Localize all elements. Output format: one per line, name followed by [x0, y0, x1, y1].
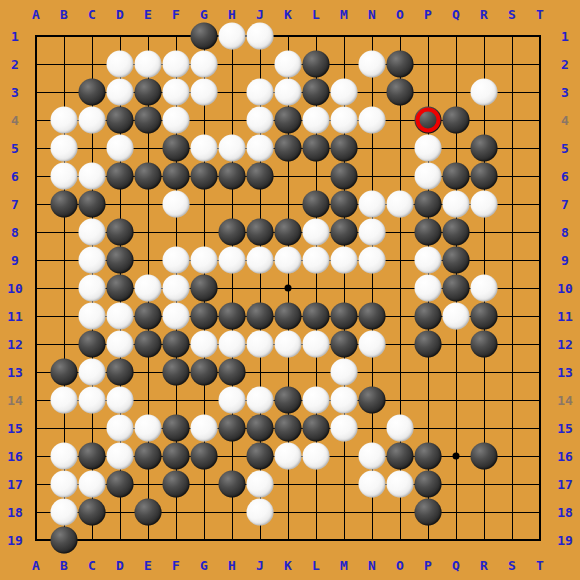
stone-J3 [247, 79, 274, 106]
stone-J6 [247, 163, 274, 190]
stone-J18 [247, 499, 274, 526]
stone-D17 [107, 471, 134, 498]
stone-E12 [135, 331, 162, 358]
coord-label-top-C: C [88, 8, 96, 21]
coord-label-bottom-G: G [200, 559, 208, 572]
stone-L7 [303, 191, 330, 218]
stone-J12 [247, 331, 274, 358]
stone-K14 [275, 387, 302, 414]
coord-label-top-M: M [340, 8, 348, 21]
stone-O17 [387, 471, 414, 498]
stone-P5 [415, 135, 442, 162]
coord-label-left-3: 3 [11, 86, 19, 99]
stone-D5 [107, 135, 134, 162]
stone-K15 [275, 415, 302, 442]
coord-label-right-2: 2 [561, 58, 569, 71]
stone-R16 [471, 443, 498, 470]
stone-C8 [79, 219, 106, 246]
coord-label-top-R: R [480, 8, 488, 21]
stone-P8 [415, 219, 442, 246]
stone-N16 [359, 443, 386, 470]
stone-G16 [191, 443, 218, 470]
coord-label-left-18: 18 [7, 506, 23, 519]
coord-label-bottom-T: T [536, 559, 544, 572]
stone-D4 [107, 107, 134, 134]
stone-G15 [191, 415, 218, 442]
stone-K4 [275, 107, 302, 134]
stone-B5 [51, 135, 78, 162]
stone-E10 [135, 275, 162, 302]
stone-N7 [359, 191, 386, 218]
stone-L12 [303, 331, 330, 358]
stone-H5 [219, 135, 246, 162]
coord-label-right-4: 4 [561, 114, 569, 127]
coord-label-bottom-B: B [60, 559, 68, 572]
stone-P9 [415, 247, 442, 274]
stone-B4 [51, 107, 78, 134]
coord-label-left-16: 16 [7, 450, 23, 463]
stone-N4 [359, 107, 386, 134]
coord-label-top-P: P [424, 8, 432, 21]
coord-label-bottom-L: L [312, 559, 320, 572]
stone-B7 [51, 191, 78, 218]
stone-C11 [79, 303, 106, 330]
stone-K2 [275, 51, 302, 78]
stone-H14 [219, 387, 246, 414]
coord-label-left-14: 14 [7, 394, 23, 407]
coord-label-top-E: E [144, 8, 152, 21]
coord-label-bottom-P: P [424, 559, 432, 572]
stone-D14 [107, 387, 134, 414]
stone-H6 [219, 163, 246, 190]
stone-L4 [303, 107, 330, 134]
stone-C10 [79, 275, 106, 302]
stone-D13 [107, 359, 134, 386]
coord-label-right-10: 10 [557, 282, 573, 295]
coord-label-bottom-F: F [172, 559, 180, 572]
stone-O3 [387, 79, 414, 106]
stone-M9 [331, 247, 358, 274]
stone-D15 [107, 415, 134, 442]
stone-H15 [219, 415, 246, 442]
stone-B6 [51, 163, 78, 190]
go-board[interactable]: AABBCCDDEEFFGGHHJJKKLLMMNNOOPPQQRRSSTT11… [0, 0, 580, 580]
stone-K12 [275, 331, 302, 358]
stone-L16 [303, 443, 330, 470]
coord-label-left-6: 6 [11, 170, 19, 183]
stone-F10 [163, 275, 190, 302]
coord-label-right-16: 16 [557, 450, 573, 463]
stone-G9 [191, 247, 218, 274]
coord-label-bottom-S: S [508, 559, 516, 572]
coord-label-left-5: 5 [11, 142, 19, 155]
stone-B19 [51, 527, 78, 554]
stone-C12 [79, 331, 106, 358]
stone-K11 [275, 303, 302, 330]
coord-label-right-6: 6 [561, 170, 569, 183]
coord-label-right-19: 19 [557, 534, 573, 547]
stone-M11 [331, 303, 358, 330]
stone-O2 [387, 51, 414, 78]
stone-C18 [79, 499, 106, 526]
stone-H9 [219, 247, 246, 274]
stone-J17 [247, 471, 274, 498]
stone-D6 [107, 163, 134, 190]
stone-J14 [247, 387, 274, 414]
stone-M14 [331, 387, 358, 414]
stone-F6 [163, 163, 190, 190]
last-move-marker [416, 108, 441, 133]
stone-C7 [79, 191, 106, 218]
coord-label-top-G: G [200, 8, 208, 21]
coord-label-top-A: A [32, 8, 40, 21]
stone-O16 [387, 443, 414, 470]
stone-O15 [387, 415, 414, 442]
grid-horizontal-line [35, 512, 541, 513]
stone-G6 [191, 163, 218, 190]
stone-F5 [163, 135, 190, 162]
stone-J8 [247, 219, 274, 246]
stone-R7 [471, 191, 498, 218]
coord-label-bottom-O: O [396, 559, 404, 572]
stone-F13 [163, 359, 190, 386]
stone-P18 [415, 499, 442, 526]
stone-K16 [275, 443, 302, 470]
stone-N2 [359, 51, 386, 78]
coord-label-right-17: 17 [557, 478, 573, 491]
stone-O7 [387, 191, 414, 218]
coord-label-bottom-D: D [116, 559, 124, 572]
coord-label-left-11: 11 [7, 310, 23, 323]
stone-R6 [471, 163, 498, 190]
stone-M5 [331, 135, 358, 162]
coord-label-top-D: D [116, 8, 124, 21]
coord-label-top-L: L [312, 8, 320, 21]
coord-label-right-3: 3 [561, 86, 569, 99]
coord-label-right-8: 8 [561, 226, 569, 239]
coord-label-right-5: 5 [561, 142, 569, 155]
stone-E6 [135, 163, 162, 190]
stone-B16 [51, 443, 78, 470]
stone-C4 [79, 107, 106, 134]
stone-J9 [247, 247, 274, 274]
stone-P10 [415, 275, 442, 302]
stone-H8 [219, 219, 246, 246]
star-point [453, 453, 460, 460]
stone-C17 [79, 471, 106, 498]
coord-label-bottom-Q: Q [452, 559, 460, 572]
grid-vertical-line [539, 35, 541, 541]
coord-label-bottom-M: M [340, 559, 348, 572]
stone-L3 [303, 79, 330, 106]
stone-G12 [191, 331, 218, 358]
stone-F15 [163, 415, 190, 442]
stone-J5 [247, 135, 274, 162]
stone-K5 [275, 135, 302, 162]
stone-E3 [135, 79, 162, 106]
stone-G1 [191, 23, 218, 50]
stone-N14 [359, 387, 386, 414]
coord-label-bottom-N: N [368, 559, 376, 572]
stone-L14 [303, 387, 330, 414]
coord-label-bottom-A: A [32, 559, 40, 572]
stone-L8 [303, 219, 330, 246]
stone-H13 [219, 359, 246, 386]
stone-J15 [247, 415, 274, 442]
coord-label-right-1: 1 [561, 30, 569, 43]
stone-F2 [163, 51, 190, 78]
coord-label-left-13: 13 [7, 366, 23, 379]
coord-label-top-T: T [536, 8, 544, 21]
stone-N9 [359, 247, 386, 274]
grid-horizontal-line [35, 539, 541, 541]
stone-D3 [107, 79, 134, 106]
coord-label-left-15: 15 [7, 422, 23, 435]
coord-label-top-B: B [60, 8, 68, 21]
coord-label-bottom-K: K [284, 559, 292, 572]
coord-label-right-9: 9 [561, 254, 569, 267]
coord-label-right-15: 15 [557, 422, 573, 435]
coord-label-top-O: O [396, 8, 404, 21]
coord-label-left-2: 2 [11, 58, 19, 71]
stone-L9 [303, 247, 330, 274]
stone-P6 [415, 163, 442, 190]
stone-E16 [135, 443, 162, 470]
stone-M12 [331, 331, 358, 358]
coord-label-right-13: 13 [557, 366, 573, 379]
stone-D12 [107, 331, 134, 358]
stone-D11 [107, 303, 134, 330]
coord-label-bottom-C: C [88, 559, 96, 572]
coord-label-top-F: F [172, 8, 180, 21]
stone-Q8 [443, 219, 470, 246]
stone-J4 [247, 107, 274, 134]
coord-label-left-8: 8 [11, 226, 19, 239]
stone-G5 [191, 135, 218, 162]
stone-E18 [135, 499, 162, 526]
stone-Q7 [443, 191, 470, 218]
coord-label-left-17: 17 [7, 478, 23, 491]
stone-R11 [471, 303, 498, 330]
stone-F12 [163, 331, 190, 358]
stone-D9 [107, 247, 134, 274]
stone-R10 [471, 275, 498, 302]
grid-vertical-line [512, 35, 513, 541]
coord-label-left-4: 4 [11, 114, 19, 127]
stone-K3 [275, 79, 302, 106]
stone-P7 [415, 191, 442, 218]
stone-P12 [415, 331, 442, 358]
stone-D10 [107, 275, 134, 302]
stone-F7 [163, 191, 190, 218]
stone-R5 [471, 135, 498, 162]
stone-P11 [415, 303, 442, 330]
coord-label-right-7: 7 [561, 198, 569, 211]
stone-B18 [51, 499, 78, 526]
coord-label-left-7: 7 [11, 198, 19, 211]
stone-M7 [331, 191, 358, 218]
star-point [285, 285, 292, 292]
stone-F9 [163, 247, 190, 274]
stone-D8 [107, 219, 134, 246]
stone-E15 [135, 415, 162, 442]
stone-L5 [303, 135, 330, 162]
stone-J11 [247, 303, 274, 330]
stone-C9 [79, 247, 106, 274]
stone-B14 [51, 387, 78, 414]
coord-label-top-K: K [284, 8, 292, 21]
stone-M3 [331, 79, 358, 106]
stone-K9 [275, 247, 302, 274]
stone-Q4 [443, 107, 470, 134]
coord-label-top-H: H [228, 8, 236, 21]
stone-Q11 [443, 303, 470, 330]
stone-M4 [331, 107, 358, 134]
coord-label-top-N: N [368, 8, 376, 21]
stone-E2 [135, 51, 162, 78]
coord-label-left-12: 12 [7, 338, 23, 351]
stone-L11 [303, 303, 330, 330]
stone-C16 [79, 443, 106, 470]
coord-label-right-12: 12 [557, 338, 573, 351]
stone-G11 [191, 303, 218, 330]
stone-L15 [303, 415, 330, 442]
coord-label-top-S: S [508, 8, 516, 21]
coord-label-left-10: 10 [7, 282, 23, 295]
stone-H12 [219, 331, 246, 358]
coord-label-right-18: 18 [557, 506, 573, 519]
stone-M8 [331, 219, 358, 246]
stone-R12 [471, 331, 498, 358]
stone-F16 [163, 443, 190, 470]
coord-label-left-19: 19 [7, 534, 23, 547]
stone-D2 [107, 51, 134, 78]
stone-H1 [219, 23, 246, 50]
stone-N17 [359, 471, 386, 498]
stone-P17 [415, 471, 442, 498]
stone-L2 [303, 51, 330, 78]
stone-C14 [79, 387, 106, 414]
stone-E11 [135, 303, 162, 330]
stone-H11 [219, 303, 246, 330]
stone-F17 [163, 471, 190, 498]
stone-D16 [107, 443, 134, 470]
stone-F3 [163, 79, 190, 106]
stone-C3 [79, 79, 106, 106]
coord-label-right-11: 11 [557, 310, 573, 323]
stone-K8 [275, 219, 302, 246]
stone-G10 [191, 275, 218, 302]
stone-R3 [471, 79, 498, 106]
stone-M15 [331, 415, 358, 442]
coord-label-left-9: 9 [11, 254, 19, 267]
stone-P16 [415, 443, 442, 470]
coord-label-bottom-R: R [480, 559, 488, 572]
coord-label-left-1: 1 [11, 30, 19, 43]
stone-M6 [331, 163, 358, 190]
stone-N8 [359, 219, 386, 246]
stone-G3 [191, 79, 218, 106]
stone-J16 [247, 443, 274, 470]
coord-label-top-J: J [256, 8, 264, 21]
stone-F4 [163, 107, 190, 134]
coord-label-right-14: 14 [557, 394, 573, 407]
coord-label-top-Q: Q [452, 8, 460, 21]
stone-Q9 [443, 247, 470, 274]
stone-G2 [191, 51, 218, 78]
stone-Q6 [443, 163, 470, 190]
stone-C6 [79, 163, 106, 190]
stone-J1 [247, 23, 274, 50]
stone-Q10 [443, 275, 470, 302]
stone-M13 [331, 359, 358, 386]
stone-E4 [135, 107, 162, 134]
stone-N11 [359, 303, 386, 330]
stone-B13 [51, 359, 78, 386]
coord-label-bottom-J: J [256, 559, 264, 572]
stone-G13 [191, 359, 218, 386]
stone-B17 [51, 471, 78, 498]
stone-N12 [359, 331, 386, 358]
stone-H17 [219, 471, 246, 498]
stone-C13 [79, 359, 106, 386]
stone-F11 [163, 303, 190, 330]
coord-label-bottom-H: H [228, 559, 236, 572]
coord-label-bottom-E: E [144, 559, 152, 572]
